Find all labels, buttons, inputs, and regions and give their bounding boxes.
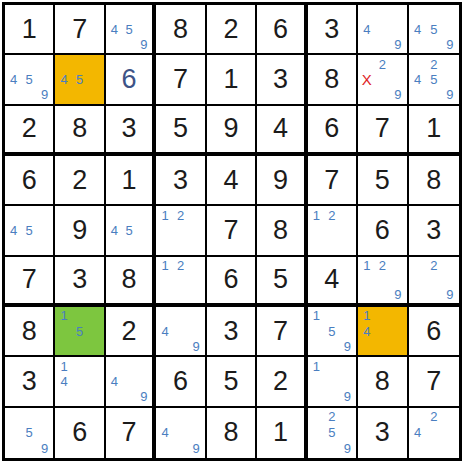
elimination-x: X xyxy=(359,72,374,87)
given-digit: 3 xyxy=(122,115,137,142)
candidate-9: 9 xyxy=(188,339,203,354)
cell-r4c8[interactable]: 5 xyxy=(358,156,408,206)
candidate-2: 2 xyxy=(375,258,390,273)
given-digit: 9 xyxy=(273,167,288,194)
candidate-2: 2 xyxy=(426,56,442,71)
cell-r1c3[interactable]: 459 xyxy=(106,5,156,55)
given-digit: 4 xyxy=(223,167,238,194)
candidate-5: 5 xyxy=(21,72,36,87)
cell-r4c6[interactable]: 9 xyxy=(257,156,307,206)
candidate-1: 1 xyxy=(359,308,374,323)
candidate-9: 9 xyxy=(390,87,405,102)
pencil-marks: 14 xyxy=(359,308,405,354)
given-digit: 8 xyxy=(72,115,87,142)
given-digit: 7 xyxy=(173,66,188,93)
candidate-2: 2 xyxy=(426,258,442,273)
candidate-9: 9 xyxy=(37,441,52,457)
candidate-4: 4 xyxy=(359,21,374,36)
cell-r7c8[interactable]: 14 xyxy=(358,307,408,357)
pencil-marks: 49 xyxy=(157,409,203,457)
cell-r8c9[interactable]: 7 xyxy=(409,357,459,407)
candidate-1: 1 xyxy=(157,207,172,222)
candidate-9: 9 xyxy=(188,441,203,457)
pencil-marks: 59 xyxy=(6,409,52,457)
given-digit: 7 xyxy=(273,318,288,345)
given-digit: 6 xyxy=(22,167,37,194)
given-digit: 7 xyxy=(22,266,37,293)
cell-r2c8[interactable]: 2X9 xyxy=(358,55,408,105)
candidate-5: 5 xyxy=(122,21,137,36)
candidate-4: 4 xyxy=(157,425,172,441)
entered-digit: 6 xyxy=(122,66,137,93)
given-digit: 2 xyxy=(273,368,288,395)
given-digit: 8 xyxy=(122,266,137,293)
given-digit: 3 xyxy=(324,16,339,43)
candidate-9: 9 xyxy=(340,389,355,404)
candidate-2: 2 xyxy=(324,207,339,222)
given-digit: 4 xyxy=(324,266,339,293)
candidate-2: 2 xyxy=(375,56,390,71)
pencil-marks: 24 xyxy=(410,409,458,457)
pencil-marks: 2459 xyxy=(410,56,458,102)
cell-r8c7[interactable]: 19 xyxy=(308,357,358,407)
given-digit: 6 xyxy=(72,419,87,446)
candidate-4: 4 xyxy=(6,223,21,238)
candidate-5: 5 xyxy=(426,72,442,87)
given-digit: 8 xyxy=(426,167,441,194)
cell-r9c3[interactable]: 7 xyxy=(106,408,156,458)
cell-r5c3[interactable]: 45 xyxy=(106,206,156,256)
pencil-marks: 45 xyxy=(56,56,102,102)
cell-r9c5[interactable]: 8 xyxy=(207,408,257,458)
cell-r7c7[interactable]: 159 xyxy=(308,307,358,357)
given-digit: 6 xyxy=(223,266,238,293)
pencil-marks: 459 xyxy=(6,56,52,102)
given-digit: 9 xyxy=(223,115,238,142)
candidate-2: 2 xyxy=(173,258,188,273)
cell-r6c1[interactable]: 7 xyxy=(5,257,55,307)
cell-r3c6[interactable]: 4 xyxy=(257,106,307,156)
cell-r6c9[interactable]: 29 xyxy=(409,257,459,307)
cell-r4c3[interactable]: 1 xyxy=(106,156,156,206)
given-digit: 1 xyxy=(273,419,288,446)
cell-r3c8[interactable]: 7 xyxy=(358,106,408,156)
cell-r4c1[interactable]: 6 xyxy=(5,156,55,206)
candidate-4: 4 xyxy=(107,374,122,389)
given-digit: 3 xyxy=(426,217,441,244)
candidate-4: 4 xyxy=(157,323,172,338)
cell-r6c4[interactable]: 12 xyxy=(156,257,206,307)
candidate-1: 1 xyxy=(56,308,71,323)
given-digit: 3 xyxy=(72,266,87,293)
cell-r6c3[interactable]: 8 xyxy=(106,257,156,307)
sudoku-board: 1745982634945945945671382X92459283594671… xyxy=(2,2,462,461)
given-digit: 7 xyxy=(72,16,87,43)
cell-r1c5[interactable]: 2 xyxy=(207,5,257,55)
cell-r5c7[interactable]: 12 xyxy=(308,206,358,256)
pencil-marks: 12 xyxy=(309,207,355,253)
cell-r2c4[interactable]: 7 xyxy=(156,55,206,105)
cell-r5c8[interactable]: 6 xyxy=(358,206,408,256)
cell-r2c3[interactable]: 6 xyxy=(106,55,156,105)
pencil-marks: 12 xyxy=(157,258,203,302)
cell-r9c2[interactable]: 6 xyxy=(55,408,105,458)
given-digit: 9 xyxy=(72,217,87,244)
given-digit: 5 xyxy=(375,167,390,194)
given-digit: 7 xyxy=(324,167,339,194)
cell-r3c2[interactable]: 8 xyxy=(55,106,105,156)
pencil-marks: 2X9 xyxy=(359,56,405,102)
cell-r9c7[interactable]: 259 xyxy=(308,408,358,458)
given-digit: 8 xyxy=(223,419,238,446)
pencil-marks: 129 xyxy=(359,258,405,302)
cell-r3c5[interactable]: 9 xyxy=(207,106,257,156)
candidate-1: 1 xyxy=(359,258,374,273)
pencil-marks: 259 xyxy=(309,409,355,457)
candidate-5: 5 xyxy=(324,425,339,441)
candidate-5: 5 xyxy=(122,223,137,238)
cell-r6c7[interactable]: 4 xyxy=(308,257,358,307)
cell-r9c6[interactable]: 1 xyxy=(257,408,307,458)
candidate-1: 1 xyxy=(56,358,71,373)
given-digit: 6 xyxy=(426,318,441,345)
cell-r7c4[interactable]: 49 xyxy=(156,307,206,357)
candidate-9: 9 xyxy=(390,287,405,302)
pencil-marks: 12 xyxy=(157,207,203,253)
given-digit: 3 xyxy=(22,368,37,395)
cell-r3c9[interactable]: 1 xyxy=(409,106,459,156)
cell-r5c2[interactable]: 9 xyxy=(55,206,105,256)
pencil-marks: 49 xyxy=(107,358,151,404)
given-digit: 1 xyxy=(223,66,238,93)
cell-r8c2[interactable]: 14 xyxy=(55,357,105,407)
pencil-marks: 49 xyxy=(359,6,405,52)
given-digit: 3 xyxy=(223,318,238,345)
cell-r7c6[interactable]: 7 xyxy=(257,307,307,357)
pencil-marks: 29 xyxy=(410,258,458,302)
cell-r8c5[interactable]: 5 xyxy=(207,357,257,407)
cell-r4c5[interactable]: 4 xyxy=(207,156,257,206)
candidate-5: 5 xyxy=(21,223,36,238)
candidate-5: 5 xyxy=(426,21,442,36)
given-digit: 7 xyxy=(223,217,238,244)
pencil-marks: 159 xyxy=(309,308,355,354)
cell-r5c9[interactable]: 3 xyxy=(409,206,459,256)
cell-r1c9[interactable]: 459 xyxy=(409,5,459,55)
cell-r9c4[interactable]: 49 xyxy=(156,408,206,458)
candidate-5: 5 xyxy=(21,425,36,441)
cell-r1c6[interactable]: 6 xyxy=(257,5,307,55)
cell-r1c8[interactable]: 49 xyxy=(358,5,408,55)
cell-r2c9[interactable]: 2459 xyxy=(409,55,459,105)
given-digit: 8 xyxy=(324,66,339,93)
cell-r9c1[interactable]: 59 xyxy=(5,408,55,458)
cell-r3c7[interactable]: 6 xyxy=(308,106,358,156)
cell-r2c6[interactable]: 3 xyxy=(257,55,307,105)
cell-r8c4[interactable]: 6 xyxy=(156,357,206,407)
given-digit: 2 xyxy=(122,318,137,345)
cell-r8c8[interactable]: 8 xyxy=(358,357,408,407)
given-digit: 7 xyxy=(375,115,390,142)
pencil-marks: 45 xyxy=(107,207,151,253)
cell-r9c8[interactable]: 3 xyxy=(358,408,408,458)
cell-r8c3[interactable]: 49 xyxy=(106,357,156,407)
cell-r5c4[interactable]: 12 xyxy=(156,206,206,256)
candidate-2: 2 xyxy=(426,409,442,425)
candidate-9: 9 xyxy=(442,37,458,52)
candidate-5: 5 xyxy=(72,72,87,87)
given-digit: 4 xyxy=(273,115,288,142)
cell-r1c4[interactable]: 8 xyxy=(156,5,206,55)
cell-r1c1[interactable]: 1 xyxy=(5,5,55,55)
candidate-4: 4 xyxy=(359,323,374,338)
cell-r5c6[interactable]: 8 xyxy=(257,206,307,256)
candidate-9: 9 xyxy=(137,37,152,52)
cell-r4c9[interactable]: 8 xyxy=(409,156,459,206)
given-digit: 6 xyxy=(273,16,288,43)
given-digit: 2 xyxy=(22,115,37,142)
cell-r6c8[interactable]: 129 xyxy=(358,257,408,307)
cell-r7c2[interactable]: 15 xyxy=(55,307,105,357)
pencil-marks: 14 xyxy=(56,358,102,404)
cell-r4c4[interactable]: 3 xyxy=(156,156,206,206)
cell-r7c3[interactable]: 2 xyxy=(106,307,156,357)
cell-r4c2[interactable]: 2 xyxy=(55,156,105,206)
candidate-4: 4 xyxy=(56,374,71,389)
cell-r7c9[interactable]: 6 xyxy=(409,307,459,357)
candidate-5: 5 xyxy=(72,323,87,338)
cell-r3c4[interactable]: 5 xyxy=(156,106,206,156)
pencil-marks: 459 xyxy=(410,6,458,52)
candidate-4: 4 xyxy=(410,425,426,441)
cell-r3c1[interactable]: 2 xyxy=(5,106,55,156)
candidate-1: 1 xyxy=(309,308,324,323)
given-digit: 8 xyxy=(173,16,188,43)
candidate-2: 2 xyxy=(324,409,339,425)
candidate-9: 9 xyxy=(137,389,152,404)
given-digit: 7 xyxy=(426,368,441,395)
candidate-9: 9 xyxy=(442,287,458,302)
given-digit: 2 xyxy=(223,16,238,43)
given-digit: 5 xyxy=(273,266,288,293)
given-digit: 8 xyxy=(273,217,288,244)
candidate-4: 4 xyxy=(410,72,426,87)
cell-r5c1[interactable]: 45 xyxy=(5,206,55,256)
cell-r1c2[interactable]: 7 xyxy=(55,5,105,55)
cell-r8c6[interactable]: 2 xyxy=(257,357,307,407)
pencil-marks: 15 xyxy=(56,308,102,354)
given-digit: 6 xyxy=(375,217,390,244)
pencil-marks: 45 xyxy=(6,207,52,253)
cell-r7c1[interactable]: 8 xyxy=(5,307,55,357)
cell-r3c3[interactable]: 3 xyxy=(106,106,156,156)
cell-r2c7[interactable]: 8 xyxy=(308,55,358,105)
candidate-2: 2 xyxy=(173,207,188,222)
candidate-5: 5 xyxy=(324,323,339,338)
candidate-9: 9 xyxy=(37,87,52,102)
cell-r2c1[interactable]: 459 xyxy=(5,55,55,105)
given-digit: 2 xyxy=(72,167,87,194)
cell-r9c9[interactable]: 24 xyxy=(409,408,459,458)
cell-r8c1[interactable]: 3 xyxy=(5,357,55,407)
pencil-marks: 19 xyxy=(309,358,355,404)
candidate-1: 1 xyxy=(309,358,324,373)
cell-r7c5[interactable]: 3 xyxy=(207,307,257,357)
cell-r4c7[interactable]: 7 xyxy=(308,156,358,206)
candidate-9: 9 xyxy=(442,87,458,102)
given-digit: 6 xyxy=(324,115,339,142)
given-digit: 1 xyxy=(22,16,37,43)
candidate-4: 4 xyxy=(6,72,21,87)
candidate-9: 9 xyxy=(390,37,405,52)
cell-r2c2[interactable]: 45 xyxy=(55,55,105,105)
candidate-4: 4 xyxy=(107,21,122,36)
given-digit: 3 xyxy=(173,167,188,194)
cell-r2c5[interactable]: 1 xyxy=(207,55,257,105)
cell-r6c5[interactable]: 6 xyxy=(207,257,257,307)
given-digit: 1 xyxy=(426,115,441,142)
pencil-marks: 459 xyxy=(107,6,151,52)
candidate-1: 1 xyxy=(157,258,172,273)
candidate-9: 9 xyxy=(340,339,355,354)
given-digit: 8 xyxy=(375,368,390,395)
cell-r6c2[interactable]: 3 xyxy=(55,257,105,307)
given-digit: 7 xyxy=(122,419,137,446)
given-digit: 3 xyxy=(273,66,288,93)
candidate-9: 9 xyxy=(340,441,355,457)
given-digit: 1 xyxy=(122,167,137,194)
given-digit: 8 xyxy=(22,318,37,345)
cell-r1c7[interactable]: 3 xyxy=(308,5,358,55)
cell-r6c6[interactable]: 5 xyxy=(257,257,307,307)
cell-r5c5[interactable]: 7 xyxy=(207,206,257,256)
given-digit: 6 xyxy=(173,368,188,395)
candidate-4: 4 xyxy=(410,21,426,36)
sudoku-app: 1745982634945945945671382X92459283594671… xyxy=(2,2,462,461)
given-digit: 5 xyxy=(223,368,238,395)
given-digit: 3 xyxy=(375,419,390,446)
given-digit: 5 xyxy=(173,115,188,142)
pencil-marks: 49 xyxy=(157,308,203,354)
candidate-4: 4 xyxy=(56,72,71,87)
candidate-1: 1 xyxy=(309,207,324,222)
candidate-4: 4 xyxy=(107,223,122,238)
